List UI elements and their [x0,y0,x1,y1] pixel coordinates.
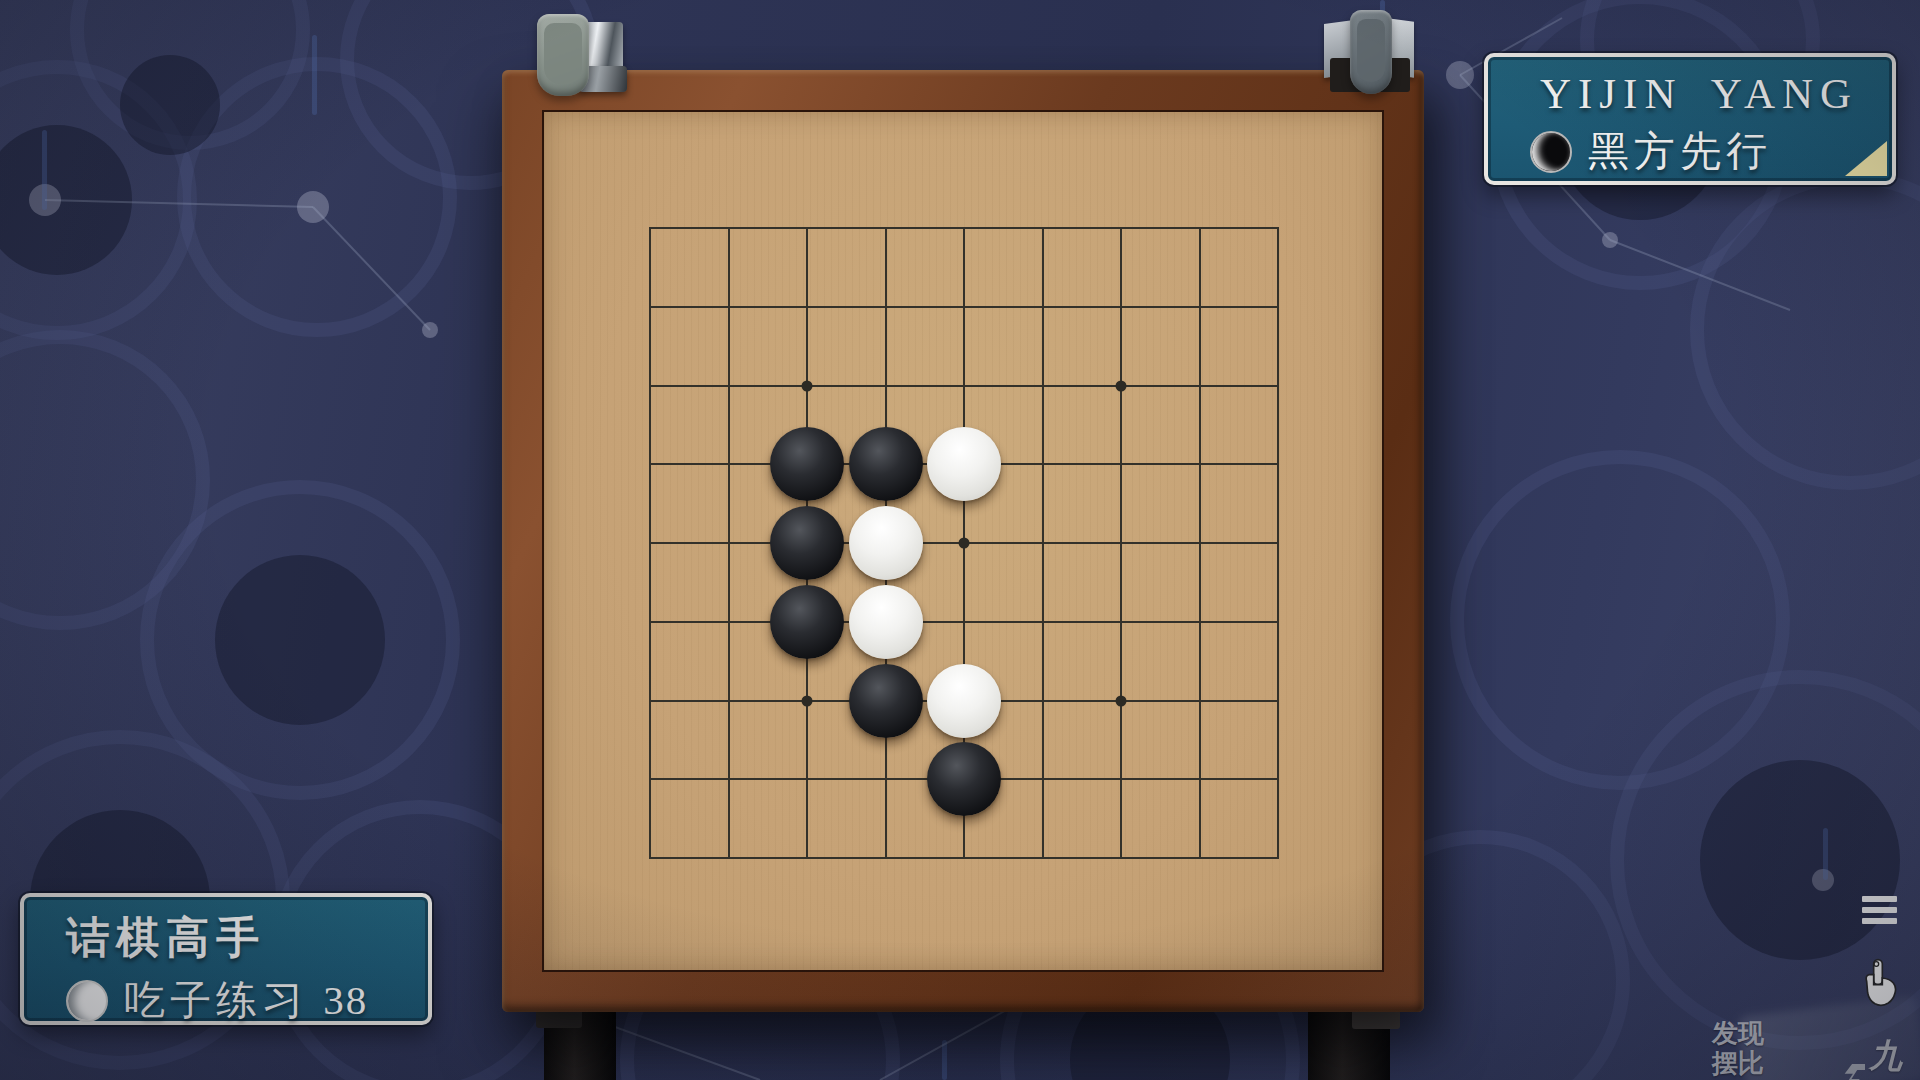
background-text-line2: 摆比 [1712,1046,1764,1080]
board-clamp-right [1322,6,1416,94]
star-point [802,695,813,706]
bg-dot [1446,61,1474,89]
black-stone[interactable] [849,664,923,738]
black-stone[interactable] [927,742,1001,816]
puzzle-number: 38 [323,977,368,1023]
bg-disc [215,555,385,725]
bg-disc [1700,760,1900,960]
puzzle-title: 诘棋高手 [66,909,428,967]
white-stone[interactable] [849,506,923,580]
white-stone[interactable] [927,427,1001,501]
bg-dot [297,191,329,223]
9game-watermark: 九游 [1838,1034,1920,1080]
black-stone[interactable] [849,427,923,501]
clamp-plate [537,14,589,96]
menu-button[interactable] [1862,896,1897,924]
white-stone[interactable] [849,585,923,659]
white-stone-icon [66,980,108,1022]
puzzle-info-panel: 诘棋高手 吃子练习 38 [20,893,432,1025]
bg-vbar [42,130,47,210]
board-clamp-left [533,8,625,100]
bg-vbar [1823,828,1828,880]
white-stone[interactable] [927,664,1001,738]
clamp-plate-patch [1357,19,1385,82]
grid-line [649,621,1279,623]
9game-logo-icon [1838,1057,1865,1080]
bg-dot [422,322,438,338]
star-point [959,538,970,549]
go-board-frame [502,70,1424,1012]
star-point [1116,380,1127,391]
bg-disc [120,55,220,155]
bg-dot [1602,232,1618,248]
turn-indicator-label: 黑方先行 [1588,124,1772,179]
black-stone[interactable] [770,585,844,659]
bg-vbar [312,35,317,115]
go-board-surface [544,112,1382,970]
black-stone[interactable] [770,427,844,501]
clamp-plate-patch [544,23,582,84]
black-stone[interactable] [770,506,844,580]
grid-line [1042,227,1044,859]
grid-line [1277,227,1279,859]
go-board-grid[interactable] [650,228,1278,858]
grid-line [649,857,1279,859]
black-stone-icon [1530,131,1572,173]
bg-vbar [942,1040,947,1080]
star-point [1116,695,1127,706]
player-name: YIJIN YANG [1540,69,1892,118]
grid-line [1120,227,1122,859]
grid-line [1199,227,1201,859]
game-scene: YIJIN YANG 黑方先行 诘棋高手 吃子练习 38 发现 摆比 九游 [0,0,1920,1080]
puzzle-category-label: 吃子练习 [124,977,308,1023]
hand-cursor-icon [1860,958,1900,1008]
clamp-plate [1350,10,1392,94]
watermark-text: 九游 [1869,1034,1920,1080]
star-point [802,380,813,391]
hamburger-icon [1862,896,1897,902]
player-turn-panel: YIJIN YANG 黑方先行 [1484,53,1896,185]
